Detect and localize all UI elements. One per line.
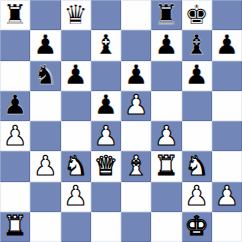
black-rook-piece[interactable]: ♜ (3, 1, 27, 28)
square-c5[interactable] (61, 91, 91, 121)
square-c4[interactable] (61, 121, 91, 151)
black-pawn-piece[interactable]: ♟ (215, 31, 239, 58)
white-rook-piece[interactable]: ♜ (3, 212, 27, 239)
square-h5[interactable] (212, 91, 242, 121)
square-g1[interactable]: ♚ (182, 212, 212, 242)
square-g3[interactable]: ♞ (182, 151, 212, 181)
chess-board: ♜♛♜♚♟♝♟♝♟♞♟♟♟♟♟♟♟♟♟♟♞♛♝♜♞♟♟♟♜♚ (0, 0, 242, 242)
square-c3[interactable]: ♞ (61, 151, 91, 181)
square-a4[interactable]: ♟ (0, 121, 30, 151)
square-d5[interactable]: ♟ (91, 91, 121, 121)
black-pawn-piece[interactable]: ♟ (33, 31, 57, 58)
square-a5[interactable]: ♟ (0, 91, 30, 121)
square-b5[interactable] (30, 91, 60, 121)
square-e6[interactable]: ♟ (121, 61, 151, 91)
square-c7[interactable] (61, 30, 91, 60)
square-d1[interactable] (91, 212, 121, 242)
square-e5[interactable]: ♟ (121, 91, 151, 121)
square-h6[interactable] (212, 61, 242, 91)
square-d8[interactable] (91, 0, 121, 30)
square-f8[interactable]: ♜ (151, 0, 181, 30)
square-b1[interactable] (30, 212, 60, 242)
white-pawn-piece[interactable]: ♟ (94, 122, 118, 149)
black-pawn-piece[interactable]: ♟ (3, 91, 27, 118)
square-g7[interactable]: ♝ (182, 30, 212, 60)
square-h1[interactable] (212, 212, 242, 242)
white-king-piece[interactable]: ♚ (185, 212, 209, 239)
white-pawn-piece[interactable]: ♟ (3, 122, 27, 149)
square-e3[interactable]: ♝ (121, 151, 151, 181)
black-rook-piece[interactable]: ♜ (154, 1, 178, 28)
square-b3[interactable]: ♟ (30, 151, 60, 181)
square-a3[interactable] (0, 151, 30, 181)
square-g2[interactable]: ♟ (182, 182, 212, 212)
white-pawn-piece[interactable]: ♟ (154, 122, 178, 149)
square-d7[interactable]: ♝ (91, 30, 121, 60)
square-a2[interactable] (0, 182, 30, 212)
black-pawn-piece[interactable]: ♟ (64, 61, 88, 88)
square-a6[interactable] (0, 61, 30, 91)
black-bishop-piece[interactable]: ♝ (94, 31, 118, 58)
black-bishop-piece[interactable]: ♝ (185, 31, 209, 58)
square-e2[interactable] (121, 182, 151, 212)
white-pawn-piece[interactable]: ♟ (33, 152, 57, 179)
square-h3[interactable] (212, 151, 242, 181)
square-b7[interactable]: ♟ (30, 30, 60, 60)
black-pawn-piece[interactable]: ♟ (124, 61, 148, 88)
square-c1[interactable] (61, 212, 91, 242)
white-pawn-piece[interactable]: ♟ (185, 182, 209, 209)
square-a8[interactable]: ♜ (0, 0, 30, 30)
square-f6[interactable] (151, 61, 181, 91)
square-g8[interactable]: ♚ (182, 0, 212, 30)
square-d2[interactable] (91, 182, 121, 212)
square-g6[interactable]: ♟ (182, 61, 212, 91)
white-bishop-piece[interactable]: ♝ (124, 152, 148, 179)
white-pawn-piece[interactable]: ♟ (124, 91, 148, 118)
black-king-piece[interactable]: ♚ (185, 1, 209, 28)
square-a1[interactable]: ♜ (0, 212, 30, 242)
white-knight-piece[interactable]: ♞ (64, 152, 88, 179)
white-knight-piece[interactable]: ♞ (185, 152, 209, 179)
square-f2[interactable] (151, 182, 181, 212)
square-b4[interactable] (30, 121, 60, 151)
square-e8[interactable] (121, 0, 151, 30)
square-c6[interactable]: ♟ (61, 61, 91, 91)
chess-board-container: ♜♛♜♚♟♝♟♝♟♞♟♟♟♟♟♟♟♟♟♟♞♛♝♜♞♟♟♟♜♚ (0, 0, 242, 242)
square-h8[interactable] (212, 0, 242, 30)
white-rook-piece[interactable]: ♜ (154, 152, 178, 179)
black-pawn-piece[interactable]: ♟ (94, 91, 118, 118)
square-h7[interactable]: ♟ (212, 30, 242, 60)
square-h4[interactable] (212, 121, 242, 151)
black-queen-piece[interactable]: ♛ (64, 1, 88, 28)
square-h2[interactable]: ♟ (212, 182, 242, 212)
black-knight-piece[interactable]: ♞ (33, 61, 57, 88)
square-f4[interactable]: ♟ (151, 121, 181, 151)
white-queen-piece[interactable]: ♛ (94, 152, 118, 179)
square-c8[interactable]: ♛ (61, 0, 91, 30)
white-pawn-piece[interactable]: ♟ (215, 182, 239, 209)
square-a7[interactable] (0, 30, 30, 60)
black-pawn-piece[interactable]: ♟ (185, 61, 209, 88)
square-b8[interactable] (30, 0, 60, 30)
square-f3[interactable]: ♜ (151, 151, 181, 181)
white-pawn-piece[interactable]: ♟ (64, 182, 88, 209)
square-b6[interactable]: ♞ (30, 61, 60, 91)
black-pawn-piece[interactable]: ♟ (154, 31, 178, 58)
square-d6[interactable] (91, 61, 121, 91)
square-g4[interactable] (182, 121, 212, 151)
square-d4[interactable]: ♟ (91, 121, 121, 151)
square-e7[interactable] (121, 30, 151, 60)
square-g5[interactable] (182, 91, 212, 121)
square-e1[interactable] (121, 212, 151, 242)
square-f7[interactable]: ♟ (151, 30, 181, 60)
square-d3[interactable]: ♛ (91, 151, 121, 181)
square-f1[interactable] (151, 212, 181, 242)
square-f5[interactable] (151, 91, 181, 121)
square-b2[interactable] (30, 182, 60, 212)
square-e4[interactable] (121, 121, 151, 151)
square-c2[interactable]: ♟ (61, 182, 91, 212)
